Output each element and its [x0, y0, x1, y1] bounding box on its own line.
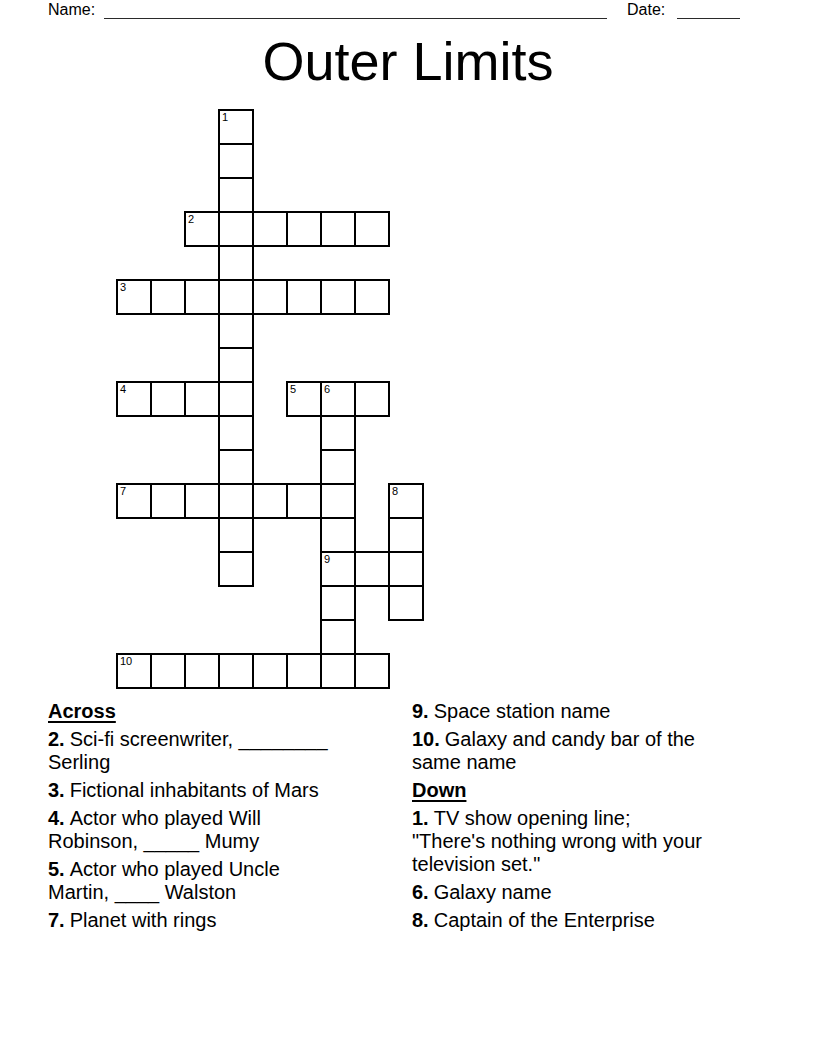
grid-cell-r16c5[interactable]	[286, 653, 322, 689]
grid-cell-r4c3[interactable]	[218, 245, 254, 281]
grid-cell-r5c5[interactable]	[286, 279, 322, 315]
across-clue-5: 5.Actor who played Uncle Martin, ____ Wa…	[48, 858, 394, 904]
clue-number-9: 9	[324, 553, 330, 566]
name-date-header: Name: Date:	[48, 0, 768, 22]
grid-cell-r16c6[interactable]	[320, 653, 356, 689]
grid-cell-r16c3[interactable]	[218, 653, 254, 689]
grid-cell-r8c5[interactable]: 5	[286, 381, 322, 417]
across-clue-9: 9.Space station name	[412, 700, 772, 723]
clue-num-label: 4.	[48, 807, 65, 829]
grid-cell-r5c1[interactable]	[150, 279, 186, 315]
grid-cell-r15c6[interactable]	[320, 619, 356, 655]
clue-num-label: 9.	[412, 700, 429, 722]
clue-num-label: 2.	[48, 728, 65, 750]
grid-cell-r3c2[interactable]: 2	[184, 211, 220, 247]
down-header: Down	[412, 779, 772, 802]
grid-cell-r9c6[interactable]	[320, 415, 356, 451]
clue-text: Space station name	[434, 700, 611, 722]
grid-cell-r13c8[interactable]	[388, 551, 424, 587]
grid-cell-r5c3[interactable]	[218, 279, 254, 315]
clue-text: Fictional inhabitants of Mars	[70, 779, 319, 801]
grid-cell-r3c4[interactable]	[252, 211, 288, 247]
across-header: Across	[48, 700, 394, 723]
clue-number-6: 6	[324, 383, 330, 396]
grid-cell-r3c5[interactable]	[286, 211, 322, 247]
grid-cell-r10c3[interactable]	[218, 449, 254, 485]
puzzle-title: Outer Limits	[0, 32, 816, 90]
grid-cell-r13c3[interactable]	[218, 551, 254, 587]
grid-cell-r8c2[interactable]	[184, 381, 220, 417]
grid-cell-r13c6[interactable]: 9	[320, 551, 356, 587]
clue-num-label: 7.	[48, 909, 65, 931]
grid-cell-r3c7[interactable]	[354, 211, 390, 247]
grid-cell-r16c7[interactable]	[354, 653, 390, 689]
name-blank-line[interactable]	[104, 0, 607, 19]
clues-left-column: Across2.Sci-fi screenwriter, ________ Se…	[48, 700, 394, 937]
across-clue-3: 3.Fictional inhabitants of Mars	[48, 779, 394, 802]
grid-cell-r16c1[interactable]	[150, 653, 186, 689]
clue-number-8: 8	[392, 485, 398, 498]
grid-cell-r11c8[interactable]: 8	[388, 483, 424, 519]
grid-cell-r16c4[interactable]	[252, 653, 288, 689]
grid-cell-r8c3[interactable]	[218, 381, 254, 417]
clue-number-4: 4	[120, 383, 126, 396]
name-label: Name:	[48, 1, 95, 19]
grid-cell-r11c2[interactable]	[184, 483, 220, 519]
across-clue-7: 7.Planet with rings	[48, 909, 394, 932]
across-clue-4: 4.Actor who played Will Robinson, _____ …	[48, 807, 394, 853]
clue-num-label: 6.	[412, 881, 429, 903]
grid-cell-r13c7[interactable]	[354, 551, 390, 587]
clue-num-label: 1.	[412, 807, 429, 829]
grid-cell-r9c3[interactable]	[218, 415, 254, 451]
across-clue-10: 10.Galaxy and candy bar of the same name	[412, 728, 772, 774]
worksheet-page: Name: Date: Outer Limits 12345678910 Acr…	[0, 0, 816, 1056]
clue-text: Sci-fi screenwriter, ________ Serling	[48, 728, 328, 773]
clue-num-label: 5.	[48, 858, 65, 880]
grid-cell-r5c0[interactable]: 3	[116, 279, 152, 315]
clue-num-label: 10.	[412, 728, 440, 750]
grid-cell-r8c7[interactable]	[354, 381, 390, 417]
grid-cell-r14c8[interactable]	[388, 585, 424, 621]
grid-cell-r16c0[interactable]: 10	[116, 653, 152, 689]
clue-text: Planet with rings	[70, 909, 217, 931]
clue-number-1: 1	[222, 111, 228, 124]
grid-cell-r11c4[interactable]	[252, 483, 288, 519]
clue-text: Galaxy name	[434, 881, 552, 903]
across-clue-2: 2.Sci-fi screenwriter, ________ Serling	[48, 728, 394, 774]
grid-cell-r11c5[interactable]	[286, 483, 322, 519]
grid-cell-r11c0[interactable]: 7	[116, 483, 152, 519]
grid-cell-r8c6[interactable]: 6	[320, 381, 356, 417]
grid-cell-r5c7[interactable]	[354, 279, 390, 315]
clue-number-3: 3	[120, 281, 126, 294]
grid-cell-r16c2[interactable]	[184, 653, 220, 689]
grid-cell-r5c2[interactable]	[184, 279, 220, 315]
grid-cell-r2c3[interactable]	[218, 177, 254, 213]
grid-cell-r11c1[interactable]	[150, 483, 186, 519]
clue-text: Actor who played Will Robinson, _____ Mu…	[48, 807, 261, 852]
clues-right-column: 9.Space station name10.Galaxy and candy …	[412, 700, 772, 937]
date-blank-line[interactable]	[677, 0, 740, 19]
grid-cell-r8c1[interactable]	[150, 381, 186, 417]
clue-num-label: 8.	[412, 909, 429, 931]
grid-cell-r5c6[interactable]	[320, 279, 356, 315]
down-clue-8: 8.Captain of the Enterprise	[412, 909, 772, 932]
grid-cell-r7c3[interactable]	[218, 347, 254, 383]
clue-number-2: 2	[188, 213, 194, 226]
grid-cell-r12c6[interactable]	[320, 517, 356, 553]
down-clue-6: 6.Galaxy name	[412, 881, 772, 904]
grid-cell-r14c6[interactable]	[320, 585, 356, 621]
grid-cell-r12c3[interactable]	[218, 517, 254, 553]
grid-cell-r1c3[interactable]	[218, 143, 254, 179]
grid-cell-r5c4[interactable]	[252, 279, 288, 315]
date-label: Date:	[627, 1, 665, 19]
down-clue-1: 1.TV show opening line; "There's nothing…	[412, 807, 772, 876]
grid-cell-r11c6[interactable]	[320, 483, 356, 519]
crossword-grid: 12345678910	[116, 109, 426, 691]
clue-text: Captain of the Enterprise	[434, 909, 655, 931]
clue-number-10: 10	[120, 655, 132, 668]
clue-num-label: 3.	[48, 779, 65, 801]
grid-cell-r3c6[interactable]	[320, 211, 356, 247]
grid-cell-r10c6[interactable]	[320, 449, 356, 485]
grid-cell-r8c0[interactable]: 4	[116, 381, 152, 417]
clue-text: Galaxy and candy bar of the same name	[412, 728, 695, 773]
clue-text: TV show opening line; "There's nothing w…	[412, 807, 708, 875]
clue-number-7: 7	[120, 485, 126, 498]
grid-cell-r11c3[interactable]	[218, 483, 254, 519]
grid-cell-r3c3[interactable]	[218, 211, 254, 247]
grid-cell-r12c8[interactable]	[388, 517, 424, 553]
clue-number-5: 5	[290, 383, 296, 396]
grid-cell-r6c3[interactable]	[218, 313, 254, 349]
grid-cell-r0c3[interactable]: 1	[218, 109, 254, 145]
clue-text: Actor who played Uncle Martin, ____ Wals…	[48, 858, 280, 903]
